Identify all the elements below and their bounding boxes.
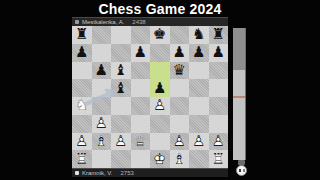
square-e4[interactable]: ♟♙ xyxy=(150,97,170,115)
square-e3[interactable] xyxy=(150,115,170,133)
square-b7[interactable] xyxy=(92,44,112,62)
piece-fill: ♟ xyxy=(95,116,108,131)
piece-outline: ♙ xyxy=(212,134,225,149)
square-h1[interactable]: ♜♖ xyxy=(209,150,229,168)
square-h2[interactable]: ♟♙ xyxy=(209,133,229,151)
piece-fill: ♜ xyxy=(212,152,225,167)
square-d1[interactable] xyxy=(131,150,151,168)
black-rook[interactable]: ♜ xyxy=(209,26,229,44)
square-e1[interactable]: ♚♔ xyxy=(150,150,170,168)
black-pawn[interactable]: ♟ xyxy=(170,44,190,62)
square-g8[interactable]: ♞ xyxy=(189,26,209,44)
square-b2[interactable]: ♝♗ xyxy=(92,133,112,151)
square-a7[interactable]: ♟ xyxy=(72,44,92,62)
piece-fill: ♟ xyxy=(114,134,127,149)
black-pawn[interactable]: ♟ xyxy=(92,62,112,80)
square-f6[interactable]: ♛ xyxy=(170,62,190,80)
white-bishop[interactable]: ♝♗ xyxy=(92,133,112,151)
square-b8[interactable] xyxy=(92,26,112,44)
square-h4[interactable] xyxy=(209,97,229,115)
black-pawn[interactable]: ♟ xyxy=(131,44,151,62)
white-knight[interactable]: ♞♘ xyxy=(72,97,92,115)
square-a4[interactable]: ♞♘ xyxy=(72,97,92,115)
white-side-icon xyxy=(75,171,79,175)
piece-glyph: ♟ xyxy=(95,63,108,78)
piece-outline: ♙ xyxy=(153,98,166,113)
piece-glyph: ♚ xyxy=(153,27,166,42)
white-pawn[interactable]: ♟♙ xyxy=(72,133,92,151)
black-rook[interactable]: ♜ xyxy=(72,26,92,44)
white-player-name: Kramnik, V. xyxy=(82,169,112,177)
white-pawn[interactable]: ♟♙ xyxy=(170,133,190,151)
black-bishop[interactable]: ♝ xyxy=(111,62,131,80)
piece-glyph: ♝ xyxy=(114,63,127,78)
square-d7[interactable]: ♟ xyxy=(131,44,151,62)
square-d3[interactable] xyxy=(131,115,151,133)
white-pawn[interactable]: ♟♙ xyxy=(92,115,112,133)
square-d4[interactable] xyxy=(131,97,151,115)
square-a3[interactable] xyxy=(72,115,92,133)
logo-circle-icon xyxy=(236,165,247,176)
square-c7[interactable] xyxy=(111,44,131,62)
black-side-icon xyxy=(75,20,79,24)
piece-fill: ♟ xyxy=(192,134,205,149)
piece-fill: ♟ xyxy=(75,134,88,149)
piece-fill: ♚ xyxy=(153,152,166,167)
square-g2[interactable]: ♟♙ xyxy=(189,133,209,151)
piece-glyph: ♟ xyxy=(192,45,205,60)
piece-fill: ♛ xyxy=(134,134,147,149)
square-e8[interactable]: ♚ xyxy=(150,26,170,44)
square-e5[interactable]: ♟ xyxy=(150,79,170,97)
square-c2[interactable]: ♟♙ xyxy=(111,133,131,151)
square-b6[interactable]: ♟ xyxy=(92,62,112,80)
white-pawn[interactable]: ♟♙ xyxy=(209,133,229,151)
piece-fill: ♞ xyxy=(75,98,88,113)
black-bishop[interactable]: ♝ xyxy=(111,79,131,97)
square-b5[interactable] xyxy=(92,79,112,97)
piece-fill: ♟ xyxy=(173,134,186,149)
square-a8[interactable]: ♜ xyxy=(72,26,92,44)
square-c6[interactable]: ♝ xyxy=(111,62,131,80)
piece-outline: ♙ xyxy=(95,116,108,131)
square-g6[interactable] xyxy=(189,62,209,80)
square-b4[interactable] xyxy=(92,97,112,115)
white-pawn[interactable]: ♟♙ xyxy=(150,97,170,115)
piece-fill: ♟ xyxy=(212,134,225,149)
piece-glyph: ♞ xyxy=(192,27,205,42)
player-bar-white: Kramnik, V. 2753 xyxy=(72,168,228,177)
square-b3[interactable]: ♟♙ xyxy=(92,115,112,133)
black-pawn[interactable]: ♟ xyxy=(209,44,229,62)
square-c4[interactable] xyxy=(111,97,131,115)
piece-fill: ♟ xyxy=(153,98,166,113)
piece-outline: ♙ xyxy=(192,134,205,149)
chess-board[interactable]: ♜♚♞♜♟♟♟♟♟♟♝♛♝♟♞♘♟♙♟♙♟♙♝♗♟♙♛♕♟♙♟♙♟♙♜♖♚♔♝♗… xyxy=(72,26,228,168)
square-d8[interactable] xyxy=(131,26,151,44)
square-a1[interactable]: ♜♖ xyxy=(72,150,92,168)
black-knight[interactable]: ♞ xyxy=(189,26,209,44)
square-e2[interactable] xyxy=(150,133,170,151)
square-f7[interactable]: ♟ xyxy=(170,44,190,62)
piece-outline: ♙ xyxy=(75,134,88,149)
square-a2[interactable]: ♟♙ xyxy=(72,133,92,151)
square-c8[interactable] xyxy=(111,26,131,44)
square-c3[interactable] xyxy=(111,115,131,133)
white-king[interactable]: ♚♔ xyxy=(150,150,170,168)
square-e6[interactable] xyxy=(150,62,170,80)
logo-black-piece-dot xyxy=(239,169,241,172)
piece-glyph: ♜ xyxy=(75,27,88,42)
white-bishop[interactable]: ♝♗ xyxy=(170,150,190,168)
piece-outline: ♔ xyxy=(153,152,166,167)
black-player-rating: 2438 xyxy=(132,18,145,26)
square-f8[interactable] xyxy=(170,26,190,44)
piece-glyph: ♛ xyxy=(173,63,186,78)
app-logo xyxy=(235,160,249,177)
piece-outline: ♖ xyxy=(212,152,225,167)
screenshot-stage: Chess Game 2024 Mestkalenka, A. 2438 ♜♚♞… xyxy=(0,0,320,180)
logo-white-piece-dot xyxy=(243,169,245,172)
white-queen[interactable]: ♛♕ xyxy=(131,133,151,151)
square-h7[interactable]: ♟ xyxy=(209,44,229,62)
white-pawn[interactable]: ♟♙ xyxy=(111,133,131,151)
square-g5[interactable] xyxy=(189,79,209,97)
black-player-name: Mestkalenka, A. xyxy=(82,18,124,26)
piece-glyph: ♟ xyxy=(153,81,166,96)
square-a5[interactable] xyxy=(72,79,92,97)
square-c5[interactable]: ♝ xyxy=(111,79,131,97)
square-g4[interactable] xyxy=(189,97,209,115)
piece-outline: ♖ xyxy=(75,152,88,167)
square-f3[interactable] xyxy=(170,115,190,133)
square-d6[interactable] xyxy=(131,62,151,80)
piece-outline: ♗ xyxy=(95,134,108,149)
black-pawn[interactable]: ♟ xyxy=(189,44,209,62)
piece-outline: ♕ xyxy=(134,134,147,149)
piece-outline: ♙ xyxy=(114,134,127,149)
piece-outline: ♗ xyxy=(173,152,186,167)
square-f2[interactable]: ♟♙ xyxy=(170,133,190,151)
square-g1[interactable] xyxy=(189,150,209,168)
square-d5[interactable] xyxy=(131,79,151,97)
square-c1[interactable] xyxy=(111,150,131,168)
square-h8[interactable]: ♜ xyxy=(209,26,229,44)
square-h3[interactable] xyxy=(209,115,229,133)
square-h5[interactable] xyxy=(209,79,229,97)
scroll-thumb[interactable] xyxy=(233,28,245,70)
white-rook[interactable]: ♜♖ xyxy=(209,150,229,168)
piece-glyph: ♟ xyxy=(212,45,225,60)
page-title: Chess Game 2024 xyxy=(0,1,320,17)
accent-line xyxy=(233,96,245,98)
black-pawn[interactable]: ♟ xyxy=(72,44,92,62)
square-b1[interactable] xyxy=(92,150,112,168)
piece-outline: ♘ xyxy=(75,98,88,113)
square-g7[interactable]: ♟ xyxy=(189,44,209,62)
white-player-rating: 2753 xyxy=(120,169,133,177)
square-d2[interactable]: ♛♕ xyxy=(131,133,151,151)
white-pawn[interactable]: ♟♙ xyxy=(189,133,209,151)
square-f1[interactable]: ♝♗ xyxy=(170,150,190,168)
black-queen[interactable]: ♛ xyxy=(170,62,190,80)
square-a6[interactable] xyxy=(72,62,92,80)
square-h6[interactable] xyxy=(209,62,229,80)
piece-glyph: ♟ xyxy=(75,45,88,60)
piece-fill: ♝ xyxy=(173,152,186,167)
white-rook[interactable]: ♜♖ xyxy=(72,150,92,168)
square-g3[interactable] xyxy=(189,115,209,133)
piece-glyph: ♝ xyxy=(114,81,127,96)
black-pawn[interactable]: ♟ xyxy=(150,79,170,97)
piece-fill: ♜ xyxy=(75,152,88,167)
piece-fill: ♝ xyxy=(95,134,108,149)
piece-glyph: ♟ xyxy=(134,45,147,60)
piece-glyph: ♜ xyxy=(212,27,225,42)
player-bar-black: Mestkalenka, A. 2438 xyxy=(72,17,228,26)
side-scroll-strip[interactable] xyxy=(233,28,246,160)
piece-glyph: ♟ xyxy=(173,45,186,60)
piece-outline: ♙ xyxy=(173,134,186,149)
square-f4[interactable] xyxy=(170,97,190,115)
square-f5[interactable] xyxy=(170,79,190,97)
square-e7[interactable] xyxy=(150,44,170,62)
black-king[interactable]: ♚ xyxy=(150,26,170,44)
